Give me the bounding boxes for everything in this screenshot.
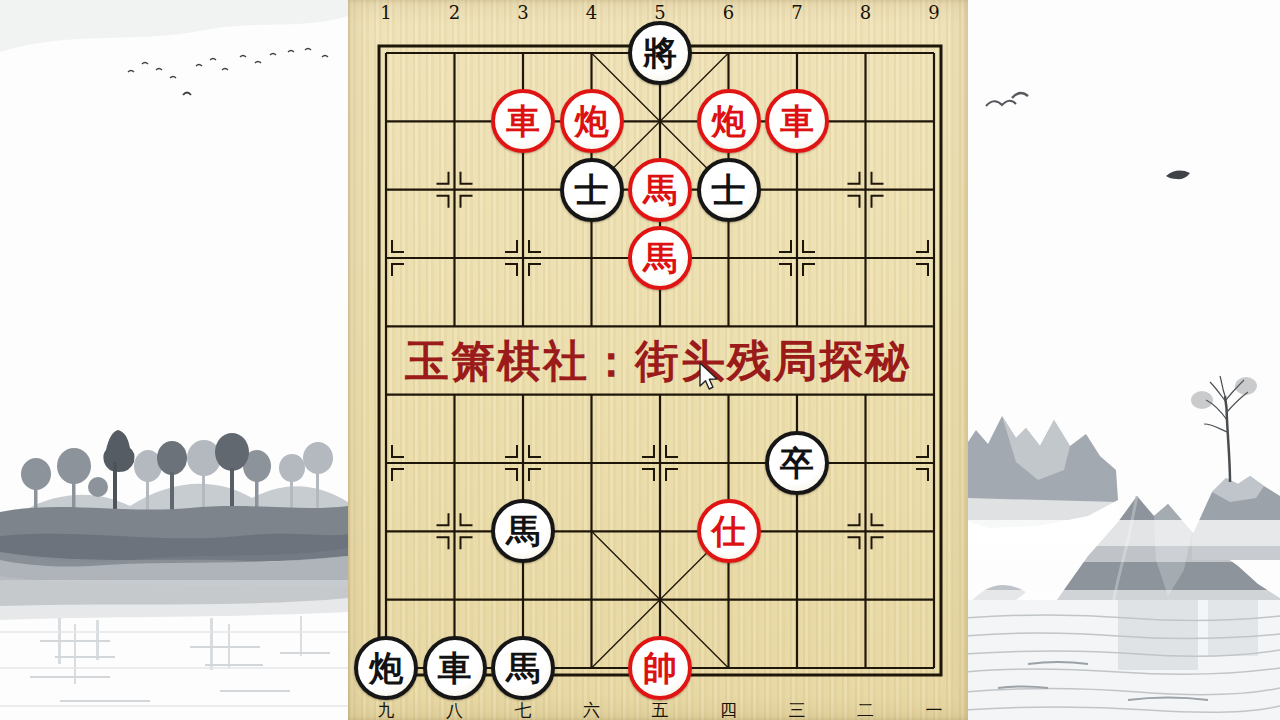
ink-landscape-left xyxy=(0,0,348,720)
bird-flock-icon xyxy=(128,49,328,96)
piece-red-馬[interactable]: 馬 xyxy=(628,158,692,222)
file-label-bottom: 五 xyxy=(643,699,677,720)
screen: 123456789 玉箫棋社：街头残局探秘 將車炮炮車士馬士馬卒馬仕炮車馬帥 九… xyxy=(0,0,1280,720)
file-label-bottom: 六 xyxy=(575,699,609,720)
piece-red-帥[interactable]: 帥 xyxy=(628,636,692,700)
piece-red-炮[interactable]: 炮 xyxy=(697,89,761,153)
file-label-bottom: 二 xyxy=(849,699,883,720)
piece-black-車[interactable]: 車 xyxy=(423,636,487,700)
file-label-bottom: 八 xyxy=(438,699,472,720)
piece-black-炮[interactable]: 炮 xyxy=(354,636,418,700)
birds-icon xyxy=(986,93,1190,179)
water-reflections xyxy=(58,616,302,684)
piece-black-將[interactable]: 將 xyxy=(628,21,692,85)
piece-black-馬[interactable]: 馬 xyxy=(491,636,555,700)
bare-tree-icon xyxy=(1191,376,1257,482)
piece-red-車[interactable]: 車 xyxy=(491,89,555,153)
piece-black-卒[interactable]: 卒 xyxy=(765,431,829,495)
ink-landscape-right xyxy=(968,0,1280,720)
piece-red-車[interactable]: 車 xyxy=(765,89,829,153)
piece-black-馬[interactable]: 馬 xyxy=(491,499,555,563)
xiangqi-board[interactable]: 將車炮炮車士馬士馬卒馬仕炮車馬帥 xyxy=(352,19,969,702)
piece-black-士[interactable]: 士 xyxy=(697,158,761,222)
piece-black-士[interactable]: 士 xyxy=(560,158,624,222)
piece-red-炮[interactable]: 炮 xyxy=(560,89,624,153)
file-label-bottom: 七 xyxy=(506,699,540,720)
file-label-bottom: 九 xyxy=(369,699,403,720)
file-label-bottom: 三 xyxy=(780,699,814,720)
piece-red-仕[interactable]: 仕 xyxy=(697,499,761,563)
file-label-bottom: 四 xyxy=(712,699,746,720)
mouse-cursor xyxy=(699,362,721,392)
board-panel: 123456789 玉箫棋社：街头残局探秘 將車炮炮車士馬士馬卒馬仕炮車馬帥 九… xyxy=(348,0,968,720)
file-label-bottom: 一 xyxy=(917,699,951,720)
piece-red-馬[interactable]: 馬 xyxy=(628,226,692,290)
